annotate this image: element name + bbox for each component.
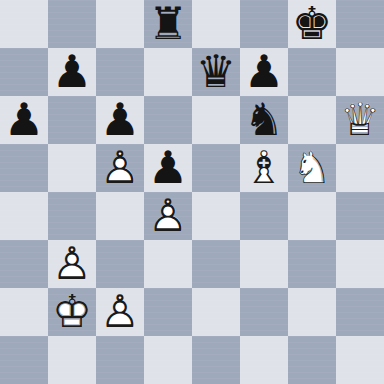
square-e2[interactable] <box>192 288 240 336</box>
square-e3[interactable] <box>192 240 240 288</box>
square-d5[interactable]: ♟ <box>144 144 192 192</box>
square-g1[interactable] <box>288 336 336 384</box>
square-c5[interactable]: ♟♙ <box>96 144 144 192</box>
square-d6[interactable] <box>144 96 192 144</box>
square-e7[interactable]: ♛ <box>192 48 240 96</box>
square-h8[interactable] <box>336 0 384 48</box>
black-queen-glyph: ♛ <box>192 48 240 96</box>
piece-black-pawn[interactable]: ♟ <box>144 144 192 192</box>
square-h7[interactable] <box>336 48 384 96</box>
piece-black-pawn[interactable]: ♟ <box>48 48 96 96</box>
square-d8[interactable]: ♜ <box>144 0 192 48</box>
black-pawn-glyph: ♟ <box>240 48 288 96</box>
piece-white-pawn[interactable]: ♟♙ <box>144 192 192 240</box>
square-f7[interactable]: ♟ <box>240 48 288 96</box>
black-pawn-glyph: ♟ <box>144 144 192 192</box>
piece-white-pawn[interactable]: ♟♙ <box>96 144 144 192</box>
square-a7[interactable] <box>0 48 48 96</box>
white-pawn-glyph-outline: ♙ <box>48 240 96 288</box>
square-f8[interactable] <box>240 0 288 48</box>
piece-black-queen[interactable]: ♛ <box>192 48 240 96</box>
square-c8[interactable] <box>96 0 144 48</box>
square-f6[interactable]: ♞ <box>240 96 288 144</box>
piece-black-pawn[interactable]: ♟ <box>240 48 288 96</box>
white-queen-glyph-outline: ♕ <box>336 96 384 144</box>
piece-black-pawn[interactable]: ♟ <box>0 96 48 144</box>
square-c3[interactable] <box>96 240 144 288</box>
white-pawn-glyph-outline: ♙ <box>96 288 144 336</box>
square-g6[interactable] <box>288 96 336 144</box>
piece-white-queen[interactable]: ♛♕ <box>336 96 384 144</box>
black-knight-glyph: ♞ <box>240 96 288 144</box>
black-pawn-glyph: ♟ <box>0 96 48 144</box>
chess-board: ♜♚♟♛♟♟♟♞♛♕♟♙♟♝♗♞♘♟♙♟♙♚♔♟♙ <box>0 0 384 384</box>
square-f5[interactable]: ♝♗ <box>240 144 288 192</box>
square-f1[interactable] <box>240 336 288 384</box>
piece-white-pawn[interactable]: ♟♙ <box>96 288 144 336</box>
square-d2[interactable] <box>144 288 192 336</box>
square-c2[interactable]: ♟♙ <box>96 288 144 336</box>
square-d1[interactable] <box>144 336 192 384</box>
piece-white-bishop[interactable]: ♝♗ <box>240 144 288 192</box>
square-c1[interactable] <box>96 336 144 384</box>
square-b5[interactable] <box>48 144 96 192</box>
square-b1[interactable] <box>48 336 96 384</box>
square-a5[interactable] <box>0 144 48 192</box>
black-king-glyph: ♚ <box>288 0 336 48</box>
piece-black-king[interactable]: ♚ <box>288 0 336 48</box>
square-h6[interactable]: ♛♕ <box>336 96 384 144</box>
square-h1[interactable] <box>336 336 384 384</box>
square-c4[interactable] <box>96 192 144 240</box>
square-e4[interactable] <box>192 192 240 240</box>
piece-white-king[interactable]: ♚♔ <box>48 288 96 336</box>
square-c6[interactable]: ♟ <box>96 96 144 144</box>
square-a2[interactable] <box>0 288 48 336</box>
white-knight-glyph-outline: ♘ <box>288 144 336 192</box>
white-pawn-glyph-outline: ♙ <box>96 144 144 192</box>
square-g8[interactable]: ♚ <box>288 0 336 48</box>
square-a3[interactable] <box>0 240 48 288</box>
square-g3[interactable] <box>288 240 336 288</box>
white-pawn-glyph-outline: ♙ <box>144 192 192 240</box>
square-b4[interactable] <box>48 192 96 240</box>
square-g7[interactable] <box>288 48 336 96</box>
square-h5[interactable] <box>336 144 384 192</box>
square-b6[interactable] <box>48 96 96 144</box>
square-a1[interactable] <box>0 336 48 384</box>
black-rook-glyph: ♜ <box>144 0 192 48</box>
square-d3[interactable] <box>144 240 192 288</box>
piece-black-knight[interactable]: ♞ <box>240 96 288 144</box>
square-a6[interactable]: ♟ <box>0 96 48 144</box>
square-e6[interactable] <box>192 96 240 144</box>
square-c7[interactable] <box>96 48 144 96</box>
square-b3[interactable]: ♟♙ <box>48 240 96 288</box>
black-pawn-glyph: ♟ <box>96 96 144 144</box>
square-d7[interactable] <box>144 48 192 96</box>
piece-white-knight[interactable]: ♞♘ <box>288 144 336 192</box>
square-a4[interactable] <box>0 192 48 240</box>
square-f2[interactable] <box>240 288 288 336</box>
piece-white-pawn[interactable]: ♟♙ <box>48 240 96 288</box>
white-bishop-glyph-outline: ♗ <box>240 144 288 192</box>
square-e5[interactable] <box>192 144 240 192</box>
square-e1[interactable] <box>192 336 240 384</box>
square-b8[interactable] <box>48 0 96 48</box>
square-g4[interactable] <box>288 192 336 240</box>
square-g5[interactable]: ♞♘ <box>288 144 336 192</box>
piece-black-rook[interactable]: ♜ <box>144 0 192 48</box>
square-b2[interactable]: ♚♔ <box>48 288 96 336</box>
chess-board-wrapper: ♜♚♟♛♟♟♟♞♛♕♟♙♟♝♗♞♘♟♙♟♙♚♔♟♙ <box>0 0 384 384</box>
piece-black-pawn[interactable]: ♟ <box>96 96 144 144</box>
square-h3[interactable] <box>336 240 384 288</box>
square-h4[interactable] <box>336 192 384 240</box>
square-g2[interactable] <box>288 288 336 336</box>
square-f4[interactable] <box>240 192 288 240</box>
square-h2[interactable] <box>336 288 384 336</box>
white-king-glyph-outline: ♔ <box>48 288 96 336</box>
square-e8[interactable] <box>192 0 240 48</box>
square-f3[interactable] <box>240 240 288 288</box>
square-a8[interactable] <box>0 0 48 48</box>
square-d4[interactable]: ♟♙ <box>144 192 192 240</box>
black-pawn-glyph: ♟ <box>48 48 96 96</box>
square-b7[interactable]: ♟ <box>48 48 96 96</box>
